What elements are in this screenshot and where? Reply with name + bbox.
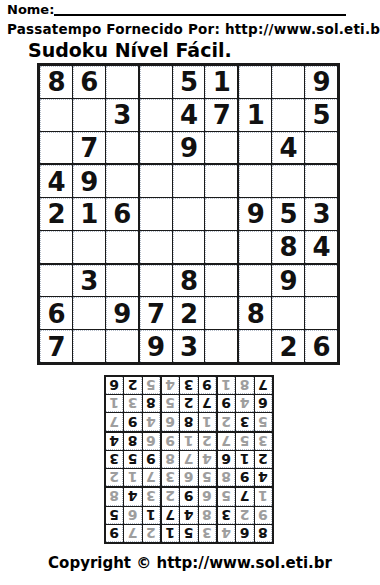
- solution-cell-r4c6: 3: [162, 469, 179, 486]
- cell-r4c3[interactable]: [106, 165, 138, 197]
- cell-r7c6[interactable]: [205, 265, 237, 297]
- solution-cell-r3c1: 1: [255, 488, 272, 505]
- solution-cell-r8c8: 3: [124, 395, 141, 412]
- cell-r9c4[interactable]: 9: [140, 330, 172, 362]
- solution-cell-r9c2: 8: [236, 377, 253, 394]
- cell-r1c9[interactable]: 9: [305, 66, 337, 98]
- solution-cell-r3c7: 3: [143, 488, 160, 505]
- cell-r2c6[interactable]: 7: [205, 99, 237, 131]
- solution-cell-r5c8: 5: [124, 451, 141, 468]
- cell-r1c5[interactable]: 5: [173, 66, 205, 98]
- cell-r8c4[interactable]: 7: [140, 297, 172, 329]
- solution-cell-r5c4: 4: [199, 451, 216, 468]
- cell-r5c5[interactable]: [173, 198, 205, 230]
- solution-sudoku-box-9: 497831526: [106, 377, 160, 431]
- cell-r7c4[interactable]: [140, 265, 172, 297]
- cell-r2c3[interactable]: 3: [106, 99, 138, 131]
- copyright-text: Copyright © http://www.sol.eti.br: [0, 554, 380, 572]
- sudoku-puzzle-board: 863751479915449216953843697872939826: [37, 63, 340, 365]
- solution-cell-r3c2: 7: [236, 488, 253, 505]
- cell-r3c9[interactable]: [305, 132, 337, 164]
- cell-r9c1[interactable]: 7: [40, 330, 72, 362]
- solution-sudoku-box-8: 186725934: [162, 377, 216, 431]
- solution-cell-r1c8: 7: [124, 525, 141, 542]
- solution-cell-r2c4: 8: [199, 507, 216, 524]
- cell-r2c7[interactable]: 1: [239, 99, 271, 131]
- solution-cell-r3c4: 6: [199, 488, 216, 505]
- cell-r1c8[interactable]: [272, 66, 304, 98]
- cell-r4c8[interactable]: [272, 165, 304, 197]
- cell-r3c4[interactable]: [140, 132, 172, 164]
- solution-cell-r7c1: 5: [255, 413, 272, 430]
- cell-r8c3[interactable]: 9: [106, 297, 138, 329]
- solution-cell-r5c5: 7: [180, 451, 197, 468]
- name-field-row: Nome:: [7, 2, 346, 17]
- solution-cell-r4c9: 2: [106, 469, 123, 486]
- cell-r5c3[interactable]: 6: [106, 198, 138, 230]
- solution-cell-r8c5: 2: [180, 395, 197, 412]
- sudoku-box-1: 8637: [40, 66, 138, 163]
- solution-cell-r1c2: 6: [236, 525, 253, 542]
- solution-cell-r8c4: 7: [199, 395, 216, 412]
- cell-r4c9[interactable]: [305, 165, 337, 197]
- cell-r8c8[interactable]: [272, 297, 304, 329]
- solution-sudoku-box-7: 532649781: [218, 377, 272, 431]
- solution-sudoku-box-3: 279165348: [106, 488, 160, 542]
- cell-r5c8[interactable]: 5: [272, 198, 304, 230]
- cell-r2c2[interactable]: [73, 99, 105, 131]
- cell-r3c8[interactable]: 4: [272, 132, 304, 164]
- cell-r5c9[interactable]: 3: [305, 198, 337, 230]
- cell-r4c4[interactable]: [140, 165, 172, 197]
- cell-r8c6[interactable]: [205, 297, 237, 329]
- page-title: Sudoku Nível Fácil.: [28, 39, 232, 61]
- cell-r9c7[interactable]: [239, 330, 271, 362]
- solution-cell-r2c2: 2: [236, 507, 253, 524]
- solution-cell-r6c6: 9: [162, 433, 179, 450]
- solution-cell-r6c4: 2: [199, 433, 216, 450]
- cell-r9c6[interactable]: [205, 330, 237, 362]
- cell-r7c8[interactable]: 9: [272, 265, 304, 297]
- cell-r2c4[interactable]: [140, 99, 172, 131]
- cell-r5c6[interactable]: [205, 198, 237, 230]
- solution-cell-r5c1: 2: [255, 451, 272, 468]
- sudoku-box-4: 49216: [40, 165, 138, 262]
- cell-r7c3[interactable]: [106, 265, 138, 297]
- worksheet-page: Nome: Passatempo Fornecido Por: http://w…: [0, 0, 380, 585]
- solution-cell-r6c3: 7: [218, 433, 235, 450]
- solution-cell-r4c3: 8: [218, 469, 235, 486]
- cell-r9c3[interactable]: [106, 330, 138, 362]
- cell-r1c7[interactable]: [239, 66, 271, 98]
- cell-r3c7[interactable]: [239, 132, 271, 164]
- solution-cell-r7c5: 8: [180, 413, 197, 430]
- solution-cell-r1c3: 4: [218, 525, 235, 542]
- cell-r1c6[interactable]: 1: [205, 66, 237, 98]
- solution-cell-r2c1: 9: [255, 507, 272, 524]
- solution-cell-r9c7: 5: [143, 377, 160, 394]
- cell-r5c7[interactable]: 9: [239, 198, 271, 230]
- cell-r9c2[interactable]: [73, 330, 105, 362]
- solution-cell-r6c1: 3: [255, 433, 272, 450]
- solution-cell-r7c2: 3: [236, 413, 253, 430]
- cell-r1c4[interactable]: [140, 66, 172, 98]
- solution-cell-r6c2: 5: [236, 433, 253, 450]
- solution-cell-r4c5: 6: [180, 469, 197, 486]
- cell-r2c1[interactable]: [40, 99, 72, 131]
- solution-cell-r8c2: 4: [236, 395, 253, 412]
- sudoku-box-5: [140, 165, 238, 262]
- cell-r6c2[interactable]: [73, 231, 105, 263]
- name-label: Nome:: [7, 2, 54, 17]
- solution-cell-r4c4: 5: [199, 469, 216, 486]
- solution-cell-r3c3: 5: [218, 488, 235, 505]
- cell-r3c1[interactable]: [40, 132, 72, 164]
- solution-cell-r4c1: 4: [255, 469, 272, 486]
- solution-cell-r9c3: 1: [218, 377, 235, 394]
- solution-cell-r3c6: 2: [162, 488, 179, 505]
- sudoku-solution-board-rotated: 8649231753518476922791653484982163575634…: [104, 375, 274, 544]
- solution-cell-r9c1: 7: [255, 377, 272, 394]
- cell-r2c5[interactable]: 4: [173, 99, 205, 131]
- solution-cell-r5c7: 9: [143, 451, 160, 468]
- solution-cell-r7c9: 7: [106, 413, 123, 430]
- cell-r3c2[interactable]: 7: [73, 132, 105, 164]
- solution-sudoku-box-1: 864923175: [218, 488, 272, 542]
- solution-sudoku-box-6: 712953684: [106, 433, 160, 487]
- cell-r7c9[interactable]: [305, 265, 337, 297]
- cell-r9c5[interactable]: 3: [173, 330, 205, 362]
- solution-cell-r1c6: 1: [162, 525, 179, 542]
- sudoku-box-6: 95384: [239, 165, 337, 262]
- cell-r4c7[interactable]: [239, 165, 271, 197]
- cell-r9c9[interactable]: 6: [305, 330, 337, 362]
- cell-r2c8[interactable]: [272, 99, 304, 131]
- cell-r6c7[interactable]: [239, 231, 271, 263]
- solution-cell-r4c7: 7: [143, 469, 160, 486]
- cell-r4c5[interactable]: [173, 165, 205, 197]
- cell-r8c9[interactable]: [305, 297, 337, 329]
- solution-cell-r1c5: 5: [180, 525, 197, 542]
- solution-cell-r9c9: 6: [106, 377, 123, 394]
- cell-r7c1[interactable]: [40, 265, 72, 297]
- solution-cell-r1c1: 8: [255, 525, 272, 542]
- solution-cell-r6c9: 4: [106, 433, 123, 450]
- solution-sudoku-box-5: 563478219: [162, 433, 216, 487]
- solution-cell-r4c2: 9: [236, 469, 253, 486]
- cell-r4c2[interactable]: 9: [73, 165, 105, 197]
- sudoku-box-9: 9826: [239, 265, 337, 362]
- solution-cell-r8c3: 9: [218, 395, 235, 412]
- solution-cell-r6c7: 6: [143, 433, 160, 450]
- cell-r7c7[interactable]: [239, 265, 271, 297]
- solution-cell-r7c6: 6: [162, 413, 179, 430]
- solution-cell-r8c6: 5: [162, 395, 179, 412]
- solution-cell-r1c4: 3: [199, 525, 216, 542]
- cell-r7c2[interactable]: 3: [73, 265, 105, 297]
- cell-r6c9[interactable]: 4: [305, 231, 337, 263]
- cell-r3c3[interactable]: [106, 132, 138, 164]
- solution-cell-r5c9: 3: [106, 451, 123, 468]
- cell-r9c8[interactable]: 2: [272, 330, 304, 362]
- cell-r7c5[interactable]: 8: [173, 265, 205, 297]
- solution-cell-r6c8: 8: [124, 433, 141, 450]
- cell-r1c2[interactable]: 6: [73, 66, 105, 98]
- solution-cell-r5c6: 8: [162, 451, 179, 468]
- solution-cell-r4c8: 1: [124, 469, 141, 486]
- cell-r6c1[interactable]: [40, 231, 72, 263]
- cell-r3c6[interactable]: [205, 132, 237, 164]
- solution-cell-r1c9: 9: [106, 525, 123, 542]
- cell-r2c9[interactable]: 5: [305, 99, 337, 131]
- provider-text: Passatempo Fornecido Por: http://www.sol…: [7, 21, 380, 37]
- cell-r6c8[interactable]: 8: [272, 231, 304, 263]
- sudoku-box-2: 51479: [140, 66, 238, 163]
- solution-cell-r2c7: 1: [143, 507, 160, 524]
- solution-cell-r8c7: 8: [143, 395, 160, 412]
- cell-r6c3[interactable]: [106, 231, 138, 263]
- solution-cell-r5c3: 6: [218, 451, 235, 468]
- solution-cell-r6c5: 1: [180, 433, 197, 450]
- cell-r4c6[interactable]: [205, 165, 237, 197]
- cell-r8c7[interactable]: 8: [239, 297, 271, 329]
- solution-cell-r7c4: 1: [199, 413, 216, 430]
- solution-cell-r7c7: 4: [143, 413, 160, 430]
- sudoku-box-3: 9154: [239, 66, 337, 163]
- cell-r8c1[interactable]: 6: [40, 297, 72, 329]
- cell-r1c1[interactable]: 8: [40, 66, 72, 98]
- solution-cell-r5c2: 1: [236, 451, 253, 468]
- solution-cell-r2c9: 5: [106, 507, 123, 524]
- solution-cell-r1c7: 2: [143, 525, 160, 542]
- cell-r5c1[interactable]: 2: [40, 198, 72, 230]
- solution-cell-r8c1: 6: [255, 395, 272, 412]
- cell-r8c5[interactable]: 2: [173, 297, 205, 329]
- cell-r1c3[interactable]: [106, 66, 138, 98]
- solution-cell-r7c8: 9: [124, 413, 141, 430]
- solution-cell-r9c6: 4: [162, 377, 179, 394]
- solution-cell-r2c6: 7: [162, 507, 179, 524]
- solution-sudoku-box-2: 351847692: [162, 488, 216, 542]
- solution-cell-r3c5: 9: [180, 488, 197, 505]
- solution-cell-r2c8: 6: [124, 507, 141, 524]
- cell-r5c4[interactable]: [140, 198, 172, 230]
- sudoku-box-8: 87293: [140, 265, 238, 362]
- cell-r6c6[interactable]: [205, 231, 237, 263]
- solution-cell-r2c5: 4: [180, 507, 197, 524]
- solution-cell-r8c9: 1: [106, 395, 123, 412]
- solution-cell-r7c3: 2: [218, 413, 235, 430]
- solution-cell-r3c9: 8: [106, 488, 123, 505]
- solution-cell-r3c8: 4: [124, 488, 141, 505]
- sudoku-box-7: 3697: [40, 265, 138, 362]
- cell-r6c5[interactable]: [173, 231, 205, 263]
- cell-r8c2[interactable]: [73, 297, 105, 329]
- solution-cell-r2c3: 3: [218, 507, 235, 524]
- solution-cell-r9c4: 9: [199, 377, 216, 394]
- cell-r5c2[interactable]: 1: [73, 198, 105, 230]
- solution-cell-r9c5: 3: [180, 377, 197, 394]
- cell-r3c5[interactable]: 9: [173, 132, 205, 164]
- name-fill-in-line[interactable]: [54, 14, 346, 16]
- cell-r6c4[interactable]: [140, 231, 172, 263]
- solution-sudoku-box-4: 498216357: [218, 433, 272, 487]
- solution-cell-r9c8: 2: [124, 377, 141, 394]
- cell-r4c1[interactable]: 4: [40, 165, 72, 197]
